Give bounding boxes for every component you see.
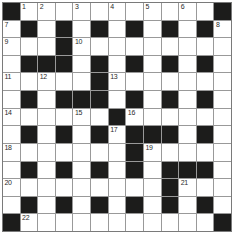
- black-cell-r3c5: [91, 56, 108, 73]
- black-cell-r1c1: [21, 21, 38, 38]
- cell-r12c5[interactable]: [91, 214, 108, 231]
- cell-r1c10[interactable]: [179, 21, 196, 38]
- black-cell-r3c7: [126, 56, 143, 73]
- cell-r3c12[interactable]: [214, 56, 231, 73]
- cell-r10c4[interactable]: [73, 179, 90, 196]
- black-cell-r9c1: [21, 162, 38, 179]
- clue-number-4: 4: [110, 3, 114, 11]
- clue-number-19: 19: [145, 144, 152, 152]
- cell-r2c12[interactable]: [214, 38, 231, 55]
- black-cell-r5c4: [73, 91, 90, 108]
- clue-number-16: 16: [128, 109, 135, 117]
- cell-r12c9[interactable]: [162, 214, 179, 231]
- black-cell-r10c9: [162, 179, 179, 196]
- clue-number-13: 13: [110, 73, 117, 81]
- black-cell-r5c11: [197, 91, 214, 108]
- black-cell-r8c7: [126, 144, 143, 161]
- cell-r4c1[interactable]: [21, 73, 38, 90]
- clue-number-17: 17: [110, 126, 117, 134]
- cell-r6c1[interactable]: [21, 109, 38, 126]
- black-cell-r11c11: [197, 197, 214, 214]
- cell-r6c0[interactable]: 14: [3, 109, 20, 126]
- clue-number-22: 22: [22, 214, 29, 222]
- clue-number-7: 7: [5, 21, 9, 29]
- black-cell-r0c0: [3, 3, 20, 20]
- cell-r2c9[interactable]: [162, 38, 179, 55]
- black-cell-r3c3: [56, 56, 73, 73]
- black-cell-r3c9: [162, 56, 179, 73]
- cell-r10c12[interactable]: [214, 179, 231, 196]
- black-cell-r7c7: [126, 126, 143, 143]
- black-cell-r1c5: [91, 21, 108, 38]
- cell-r0c10[interactable]: 6: [179, 3, 196, 20]
- cell-r2c4[interactable]: 10: [73, 38, 90, 55]
- clue-number-3: 3: [75, 3, 79, 11]
- black-cell-r7c8: [144, 126, 161, 143]
- cell-r9c12[interactable]: [214, 162, 231, 179]
- cell-r3c8[interactable]: [144, 56, 161, 73]
- cell-r4c0[interactable]: 11: [3, 73, 20, 90]
- cell-r2c2[interactable]: [38, 38, 55, 55]
- cell-r11c0[interactable]: [3, 197, 20, 214]
- cell-r6c7[interactable]: 16: [126, 109, 143, 126]
- clue-number-1: 1: [22, 3, 26, 11]
- cell-r6c8[interactable]: [144, 109, 161, 126]
- cell-r4c3[interactable]: [56, 73, 73, 90]
- crossword-grid: 12345678910111213141516171819202122: [2, 2, 232, 232]
- cell-r4c10[interactable]: [179, 73, 196, 90]
- cell-r3c10[interactable]: [179, 56, 196, 73]
- cell-r6c10[interactable]: [179, 109, 196, 126]
- cell-r8c2[interactable]: [38, 144, 55, 161]
- black-cell-r11c7: [126, 197, 143, 214]
- cell-r9c8[interactable]: [144, 162, 161, 179]
- clue-number-2: 2: [40, 3, 44, 11]
- cell-r0c7[interactable]: [126, 3, 143, 20]
- clue-number-20: 20: [5, 179, 12, 187]
- cell-r2c0[interactable]: 9: [3, 38, 20, 55]
- black-cell-r9c5: [91, 162, 108, 179]
- cell-r4c12[interactable]: [214, 73, 231, 90]
- cell-r1c12[interactable]: 8: [214, 21, 231, 38]
- crossword-puzzle: 12345678910111213141516171819202122: [2, 2, 232, 232]
- clue-number-6: 6: [181, 3, 185, 11]
- black-cell-r1c11: [197, 21, 214, 38]
- cell-r0c4[interactable]: 3: [73, 3, 90, 20]
- cell-r7c0[interactable]: [3, 126, 20, 143]
- cell-r7c12[interactable]: [214, 126, 231, 143]
- cell-r0c11[interactable]: [197, 3, 214, 20]
- cell-r1c4[interactable]: [73, 21, 90, 38]
- cell-r4c7[interactable]: [126, 73, 143, 90]
- cell-r7c4[interactable]: [73, 126, 90, 143]
- cell-r5c8[interactable]: [144, 91, 161, 108]
- cell-r4c4[interactable]: [73, 73, 90, 90]
- cell-r7c6[interactable]: 17: [109, 126, 126, 143]
- cell-r10c0[interactable]: 20: [3, 179, 20, 196]
- black-cell-r1c3: [56, 21, 73, 38]
- cell-r11c4[interactable]: [73, 197, 90, 214]
- black-cell-r11c9: [162, 197, 179, 214]
- cell-r2c11[interactable]: [197, 38, 214, 55]
- black-cell-r5c9: [162, 91, 179, 108]
- black-cell-r7c9: [162, 126, 179, 143]
- cell-r11c8[interactable]: [144, 197, 161, 214]
- cell-r8c3[interactable]: [56, 144, 73, 161]
- black-cell-r3c11: [197, 56, 214, 73]
- clue-number-5: 5: [145, 3, 149, 11]
- cell-r11c12[interactable]: [214, 197, 231, 214]
- cell-r6c4[interactable]: 15: [73, 109, 90, 126]
- cell-r4c6[interactable]: 13: [109, 73, 126, 90]
- clue-number-8: 8: [216, 21, 220, 29]
- black-cell-r9c7: [126, 162, 143, 179]
- black-cell-r12c12: [214, 214, 231, 231]
- black-cell-r5c3: [56, 91, 73, 108]
- black-cell-r6c6: [109, 109, 126, 126]
- cell-r2c6[interactable]: [109, 38, 126, 55]
- cell-r0c3[interactable]: [56, 3, 73, 20]
- cell-r8c10[interactable]: [179, 144, 196, 161]
- cell-r12c6[interactable]: [109, 214, 126, 231]
- cell-r8c1[interactable]: [21, 144, 38, 161]
- cell-r2c5[interactable]: [91, 38, 108, 55]
- black-cell-r2c3: [56, 38, 73, 55]
- cell-r0c9[interactable]: [162, 3, 179, 20]
- black-cell-r5c5: [91, 91, 108, 108]
- cell-r10c3[interactable]: [56, 179, 73, 196]
- cell-r2c7[interactable]: [126, 38, 143, 55]
- cell-r11c10[interactable]: [179, 197, 196, 214]
- cell-r10c1[interactable]: [21, 179, 38, 196]
- black-cell-r12c0: [3, 214, 20, 231]
- cell-r12c11[interactable]: [197, 214, 214, 231]
- black-cell-r11c1: [21, 197, 38, 214]
- black-cell-r11c5: [91, 197, 108, 214]
- cell-r1c2[interactable]: [38, 21, 55, 38]
- black-cell-r3c2: [38, 56, 55, 73]
- cell-r8c6[interactable]: [109, 144, 126, 161]
- cell-r12c2[interactable]: [38, 214, 55, 231]
- black-cell-r9c11: [197, 162, 214, 179]
- clue-number-14: 14: [5, 109, 12, 117]
- black-cell-r3c1: [21, 56, 38, 73]
- clue-number-11: 11: [5, 73, 12, 81]
- cell-r1c8[interactable]: [144, 21, 161, 38]
- cell-r3c0[interactable]: [3, 56, 20, 73]
- clue-number-9: 9: [5, 38, 9, 46]
- cell-r6c12[interactable]: [214, 109, 231, 126]
- cell-r8c8[interactable]: 19: [144, 144, 161, 161]
- cell-r12c3[interactable]: [56, 214, 73, 231]
- black-cell-r0c12: [214, 3, 231, 20]
- cell-r0c2[interactable]: 2: [38, 3, 55, 20]
- black-cell-r7c11: [197, 126, 214, 143]
- cell-r5c2[interactable]: [38, 91, 55, 108]
- cell-r2c1[interactable]: [21, 38, 38, 55]
- cell-r7c2[interactable]: [38, 126, 55, 143]
- cell-r4c2[interactable]: 12: [38, 73, 55, 90]
- cell-r5c10[interactable]: [179, 91, 196, 108]
- cell-r5c12[interactable]: [214, 91, 231, 108]
- cell-r8c4[interactable]: [73, 144, 90, 161]
- clue-number-18: 18: [5, 144, 12, 152]
- black-cell-r1c7: [126, 21, 143, 38]
- cell-r0c8[interactable]: 5: [144, 3, 161, 20]
- cell-r6c9[interactable]: [162, 109, 179, 126]
- cell-r6c3[interactable]: [56, 109, 73, 126]
- cell-r8c5[interactable]: [91, 144, 108, 161]
- cell-r2c8[interactable]: [144, 38, 161, 55]
- black-cell-r4c5: [91, 73, 108, 90]
- black-cell-r11c3: [56, 197, 73, 214]
- cell-r8c11[interactable]: [197, 144, 214, 161]
- clue-number-15: 15: [75, 109, 82, 117]
- clue-number-12: 12: [40, 73, 47, 81]
- cell-r10c6[interactable]: [109, 179, 126, 196]
- cell-r9c2[interactable]: [38, 162, 55, 179]
- cell-r10c8[interactable]: [144, 179, 161, 196]
- cell-r6c11[interactable]: [197, 109, 214, 126]
- cell-r9c6[interactable]: [109, 162, 126, 179]
- cell-r4c8[interactable]: [144, 73, 161, 90]
- cell-r9c0[interactable]: [3, 162, 20, 179]
- cell-r9c4[interactable]: [73, 162, 90, 179]
- black-cell-r1c9: [162, 21, 179, 38]
- cell-r12c7[interactable]: [126, 214, 143, 231]
- cell-r8c0[interactable]: 18: [3, 144, 20, 161]
- cell-r4c11[interactable]: [197, 73, 214, 90]
- cell-r12c1[interactable]: 22: [21, 214, 38, 231]
- cell-r10c2[interactable]: [38, 179, 55, 196]
- clue-number-10: 10: [75, 38, 82, 46]
- cell-r5c0[interactable]: [3, 91, 20, 108]
- black-cell-r5c7: [126, 91, 143, 108]
- black-cell-r5c1: [21, 91, 38, 108]
- cell-r2c10[interactable]: [179, 38, 196, 55]
- black-cell-r9c9: [162, 162, 179, 179]
- black-cell-r9c3: [56, 162, 73, 179]
- cell-r4c9[interactable]: [162, 73, 179, 90]
- black-cell-r7c5: [91, 126, 108, 143]
- cell-r11c6[interactable]: [109, 197, 126, 214]
- black-cell-r7c1: [21, 126, 38, 143]
- cell-r1c0[interactable]: 7: [3, 21, 20, 38]
- cell-r3c4[interactable]: [73, 56, 90, 73]
- cell-r8c9[interactable]: [162, 144, 179, 161]
- cell-r0c6[interactable]: 4: [109, 3, 126, 20]
- cell-r10c11[interactable]: [197, 179, 214, 196]
- cell-r11c2[interactable]: [38, 197, 55, 214]
- cell-r12c8[interactable]: [144, 214, 161, 231]
- black-cell-r7c3: [56, 126, 73, 143]
- cell-r5c6[interactable]: [109, 91, 126, 108]
- cell-r0c1[interactable]: 1: [21, 3, 38, 20]
- cell-r3c6[interactable]: [109, 56, 126, 73]
- cell-r7c10[interactable]: [179, 126, 196, 143]
- black-cell-r9c10: [179, 162, 196, 179]
- cell-r10c7[interactable]: [126, 179, 143, 196]
- cell-r10c10[interactable]: 21: [179, 179, 196, 196]
- cell-r6c5[interactable]: [91, 109, 108, 126]
- cell-r0c5[interactable]: [91, 3, 108, 20]
- cell-r10c5[interactable]: [91, 179, 108, 196]
- cell-r12c10[interactable]: [179, 214, 196, 231]
- cell-r1c6[interactable]: [109, 21, 126, 38]
- cell-r8c12[interactable]: [214, 144, 231, 161]
- cell-r6c2[interactable]: [38, 109, 55, 126]
- clue-number-21: 21: [181, 179, 188, 187]
- cell-r12c4[interactable]: [73, 214, 90, 231]
